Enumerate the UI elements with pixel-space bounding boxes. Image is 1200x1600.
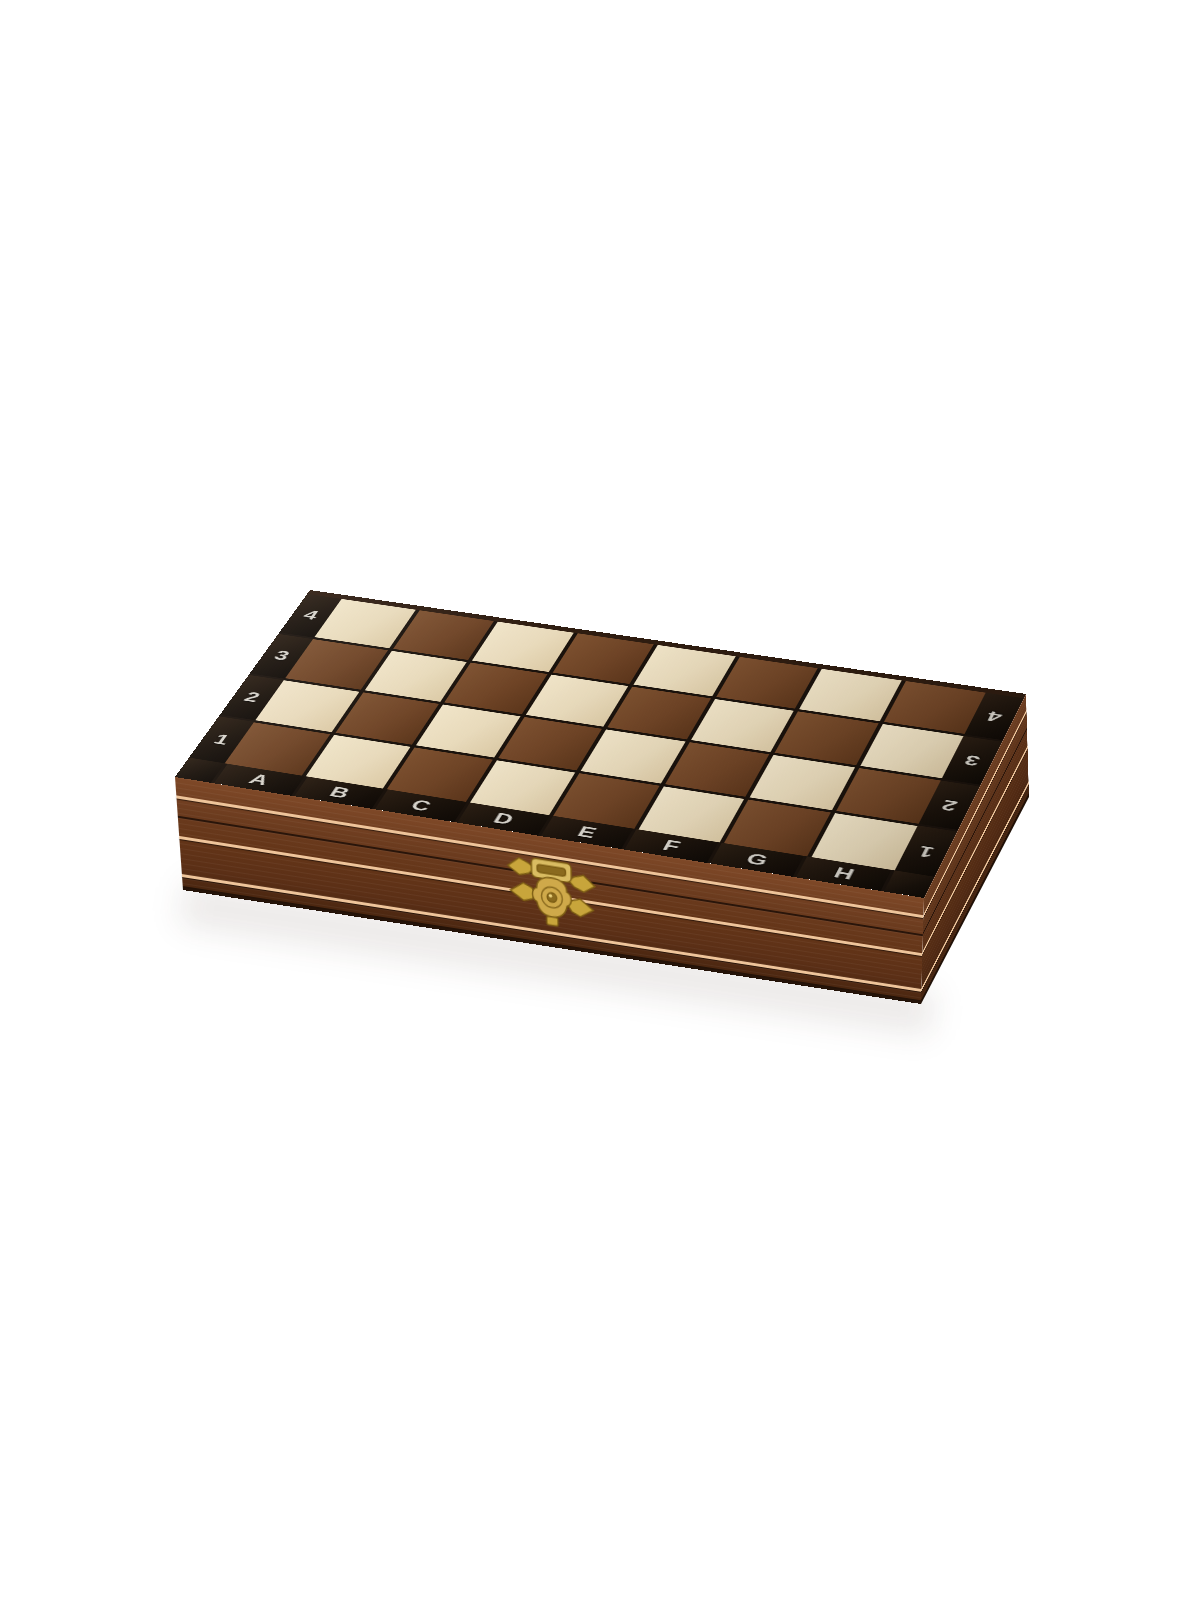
- rank-right-4-label: 4: [984, 708, 1005, 724]
- rank-right-3-label: 3: [961, 752, 982, 769]
- rank-right-2-label: 2: [939, 796, 961, 813]
- rank-left-3-label: 3: [271, 648, 293, 664]
- file-f-label: F: [659, 837, 683, 855]
- rank-right-1-label: 1: [915, 842, 937, 860]
- file-b-label: B: [326, 784, 353, 802]
- file-h-label: H: [831, 864, 858, 883]
- rank-left-4-label: 4: [300, 608, 322, 623]
- rank-left-2-label: 2: [241, 689, 264, 705]
- rank-left-1-label: 1: [210, 732, 233, 748]
- file-c-label: C: [407, 797, 434, 815]
- file-e-label: E: [574, 823, 599, 841]
- file-d-label: D: [490, 810, 517, 828]
- file-g-label: G: [743, 850, 771, 869]
- chess-box-scene: 4321 4321 ABCDEFGH: [0, 0, 1200, 1600]
- file-a-label: A: [246, 771, 273, 788]
- brass-latch-icon: [505, 844, 598, 940]
